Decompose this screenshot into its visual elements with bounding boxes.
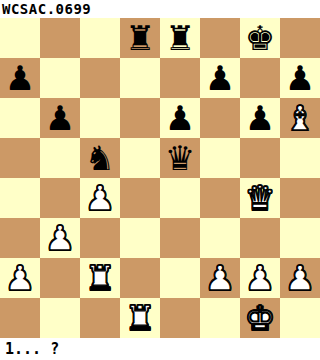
square-e6[interactable]: ♟ [160,98,200,138]
white-pawn-icon: ♟ [5,261,35,295]
square-g3[interactable] [240,218,280,258]
move-prompt: 1... ? [5,340,59,358]
black-knight-icon: ♞ [85,141,115,175]
square-b5[interactable] [40,138,80,178]
square-e3[interactable] [160,218,200,258]
square-h8[interactable] [280,18,320,58]
square-d7[interactable] [120,58,160,98]
black-king-icon: ♚ [245,21,275,55]
square-f2[interactable]: ♟ [200,258,240,298]
square-h7[interactable]: ♟ [280,58,320,98]
square-h5[interactable] [280,138,320,178]
square-f6[interactable] [200,98,240,138]
square-a1[interactable] [0,298,40,338]
square-b8[interactable] [40,18,80,58]
white-queen-icon: ♛ [245,181,275,215]
white-pawn-icon: ♟ [285,261,315,295]
square-e4[interactable] [160,178,200,218]
white-bishop-icon: ♝ [285,101,315,135]
square-a3[interactable] [0,218,40,258]
black-pawn-icon: ♟ [285,61,315,95]
square-b1[interactable] [40,298,80,338]
square-a7[interactable]: ♟ [0,58,40,98]
square-c3[interactable] [80,218,120,258]
square-f5[interactable] [200,138,240,178]
square-f1[interactable] [200,298,240,338]
title-bar: WCSAC.0699 [0,0,320,18]
square-c7[interactable] [80,58,120,98]
square-g2[interactable]: ♟ [240,258,280,298]
square-a4[interactable] [0,178,40,218]
square-f4[interactable] [200,178,240,218]
square-g6[interactable]: ♟ [240,98,280,138]
square-c8[interactable] [80,18,120,58]
chess-puzzle-window: WCSAC.0699 ♜♜♚♟♟♟♟♟♟♝♞♛♟♛♟♟♜♟♟♟♜♚ 1... ? [0,0,320,360]
white-pawn-icon: ♟ [45,221,75,255]
square-h1[interactable] [280,298,320,338]
white-king-icon: ♚ [245,301,275,335]
square-d2[interactable] [120,258,160,298]
square-g1[interactable]: ♚ [240,298,280,338]
square-b3[interactable]: ♟ [40,218,80,258]
white-pawn-icon: ♟ [245,261,275,295]
white-pawn-icon: ♟ [205,261,235,295]
square-g5[interactable] [240,138,280,178]
square-h2[interactable]: ♟ [280,258,320,298]
square-e2[interactable] [160,258,200,298]
white-pawn-icon: ♟ [85,181,115,215]
square-f7[interactable]: ♟ [200,58,240,98]
square-a5[interactable] [0,138,40,178]
square-d4[interactable] [120,178,160,218]
square-b7[interactable] [40,58,80,98]
square-a2[interactable]: ♟ [0,258,40,298]
white-rook-icon: ♜ [85,261,115,295]
square-h4[interactable] [280,178,320,218]
square-f3[interactable] [200,218,240,258]
black-pawn-icon: ♟ [165,101,195,135]
square-c2[interactable]: ♜ [80,258,120,298]
square-b2[interactable] [40,258,80,298]
square-b6[interactable]: ♟ [40,98,80,138]
square-d3[interactable] [120,218,160,258]
status-bar: 1... ? [0,338,320,360]
white-rook-icon: ♜ [125,301,155,335]
black-pawn-icon: ♟ [245,101,275,135]
square-c4[interactable]: ♟ [80,178,120,218]
puzzle-id: WCSAC.0699 [2,1,91,17]
black-queen-icon: ♛ [165,141,195,175]
black-rook-icon: ♜ [125,21,155,55]
square-d8[interactable]: ♜ [120,18,160,58]
square-c6[interactable] [80,98,120,138]
square-d5[interactable] [120,138,160,178]
black-pawn-icon: ♟ [45,101,75,135]
square-a8[interactable] [0,18,40,58]
square-c1[interactable] [80,298,120,338]
square-d6[interactable] [120,98,160,138]
square-g4[interactable]: ♛ [240,178,280,218]
square-g7[interactable] [240,58,280,98]
square-h3[interactable] [280,218,320,258]
square-e8[interactable]: ♜ [160,18,200,58]
chess-board: ♜♜♚♟♟♟♟♟♟♝♞♛♟♛♟♟♜♟♟♟♜♚ [0,18,320,338]
square-h6[interactable]: ♝ [280,98,320,138]
square-e1[interactable] [160,298,200,338]
square-a6[interactable] [0,98,40,138]
square-e5[interactable]: ♛ [160,138,200,178]
square-d1[interactable]: ♜ [120,298,160,338]
square-c5[interactable]: ♞ [80,138,120,178]
black-pawn-icon: ♟ [5,61,35,95]
square-g8[interactable]: ♚ [240,18,280,58]
square-b4[interactable] [40,178,80,218]
square-e7[interactable] [160,58,200,98]
black-pawn-icon: ♟ [205,61,235,95]
black-rook-icon: ♜ [165,21,195,55]
square-f8[interactable] [200,18,240,58]
